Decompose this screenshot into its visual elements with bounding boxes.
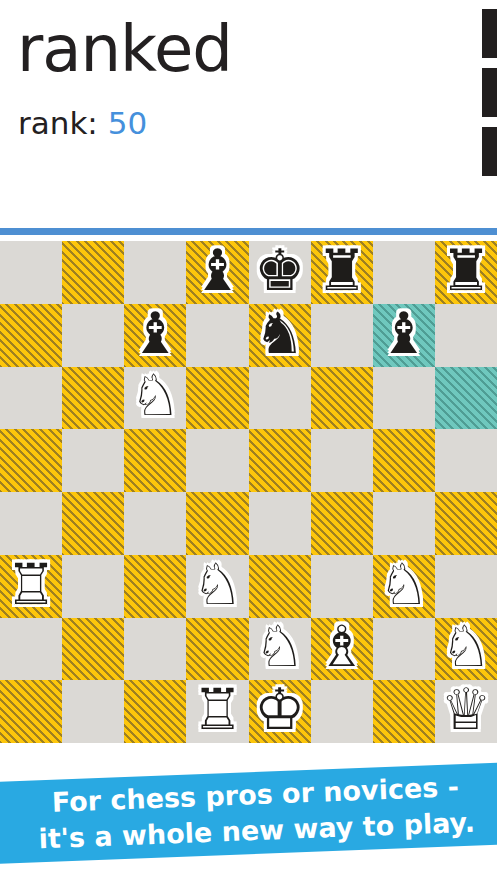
rank-value: 50: [108, 105, 147, 141]
square-e5[interactable]: [249, 429, 311, 492]
square-b7[interactable]: [62, 304, 124, 367]
square-h3[interactable]: [435, 555, 497, 618]
white-knight-piece[interactable]: ♞♘: [378, 556, 429, 613]
square-f3[interactable]: [311, 555, 373, 618]
square-b2[interactable]: [62, 618, 124, 681]
decorative-bars: [482, 9, 497, 176]
square-e6[interactable]: [249, 367, 311, 430]
square-c5[interactable]: [124, 429, 186, 492]
square-b5[interactable]: [62, 429, 124, 492]
square-g1[interactable]: [373, 680, 435, 743]
square-d3[interactable]: ♞♘: [186, 555, 248, 618]
square-c1[interactable]: [124, 680, 186, 743]
rank-line: rank: 50: [18, 106, 147, 140]
square-b6[interactable]: [62, 367, 124, 430]
square-c8[interactable]: [124, 241, 186, 304]
square-b3[interactable]: [62, 555, 124, 618]
black-rook-piece[interactable]: ♜: [440, 242, 491, 299]
black-rook-piece[interactable]: ♜: [316, 242, 367, 299]
square-e8[interactable]: ♚: [249, 241, 311, 304]
square-c3[interactable]: [124, 555, 186, 618]
app-screen: ranked rank: 50 ♝♚♜♜♝♞♝♞♘♜♖♞♘♞♘♞♘♝♗♞♘♜♖♚…: [0, 0, 497, 883]
square-h7[interactable]: [435, 304, 497, 367]
white-knight-piece[interactable]: ♞♘: [440, 618, 491, 675]
page-title: ranked: [17, 16, 232, 83]
chess-board[interactable]: ♝♚♜♜♝♞♝♞♘♜♖♞♘♞♘♞♘♝♗♞♘♜♖♚♔♛♕: [0, 241, 497, 743]
square-e4[interactable]: [249, 492, 311, 555]
black-bar-icon: [482, 68, 497, 117]
white-queen-piece[interactable]: ♛♕: [440, 681, 491, 738]
square-h2[interactable]: ♞♘: [435, 618, 497, 681]
square-g4[interactable]: [373, 492, 435, 555]
white-knight-piece[interactable]: ♞♘: [130, 367, 181, 424]
square-d6[interactable]: [186, 367, 248, 430]
square-h1[interactable]: ♛♕: [435, 680, 497, 743]
black-bar-icon: [482, 9, 497, 58]
square-a8[interactable]: [0, 241, 62, 304]
promo-banner: For chess pros or novices - it's a whole…: [0, 762, 497, 865]
square-c6[interactable]: ♞♘: [124, 367, 186, 430]
square-f2[interactable]: ♝♗: [311, 618, 373, 681]
rank-label: rank:: [18, 105, 98, 141]
square-a5[interactable]: [0, 429, 62, 492]
square-b1[interactable]: [62, 680, 124, 743]
square-f8[interactable]: ♜: [311, 241, 373, 304]
square-e7[interactable]: ♞: [249, 304, 311, 367]
white-bishop-piece[interactable]: ♝♗: [316, 618, 367, 675]
square-d7[interactable]: [186, 304, 248, 367]
square-d1[interactable]: ♜♖: [186, 680, 248, 743]
black-bishop-piece[interactable]: ♝: [192, 242, 243, 299]
square-f5[interactable]: [311, 429, 373, 492]
square-h4[interactable]: [435, 492, 497, 555]
white-king-piece[interactable]: ♚♔: [254, 681, 305, 738]
square-g6[interactable]: [373, 367, 435, 430]
white-knight-piece[interactable]: ♞♘: [254, 618, 305, 675]
black-bar-icon: [482, 127, 497, 176]
square-h5[interactable]: [435, 429, 497, 492]
square-d2[interactable]: [186, 618, 248, 681]
white-knight-piece[interactable]: ♞♘: [192, 556, 243, 613]
square-c2[interactable]: [124, 618, 186, 681]
square-a2[interactable]: [0, 618, 62, 681]
black-king-piece[interactable]: ♚: [254, 242, 305, 299]
square-a7[interactable]: [0, 304, 62, 367]
square-h8[interactable]: ♜: [435, 241, 497, 304]
square-f6[interactable]: [311, 367, 373, 430]
square-a1[interactable]: [0, 680, 62, 743]
square-d8[interactable]: ♝: [186, 241, 248, 304]
square-b4[interactable]: [62, 492, 124, 555]
square-d5[interactable]: [186, 429, 248, 492]
square-h6[interactable]: [435, 367, 497, 430]
square-a6[interactable]: [0, 367, 62, 430]
square-g2[interactable]: [373, 618, 435, 681]
square-f1[interactable]: [311, 680, 373, 743]
square-c7[interactable]: ♝: [124, 304, 186, 367]
square-b8[interactable]: [62, 241, 124, 304]
square-f4[interactable]: [311, 492, 373, 555]
black-bishop-piece[interactable]: ♝: [130, 305, 181, 362]
square-e2[interactable]: ♞♘: [249, 618, 311, 681]
header-divider: [0, 228, 497, 235]
square-e1[interactable]: ♚♔: [249, 680, 311, 743]
white-rook-piece[interactable]: ♜♖: [6, 556, 57, 613]
black-knight-piece[interactable]: ♞: [254, 305, 305, 362]
square-d4[interactable]: [186, 492, 248, 555]
white-rook-piece[interactable]: ♜♖: [192, 681, 243, 738]
square-c4[interactable]: [124, 492, 186, 555]
square-g3[interactable]: ♞♘: [373, 555, 435, 618]
square-g8[interactable]: [373, 241, 435, 304]
square-a3[interactable]: ♜♖: [0, 555, 62, 618]
square-g7[interactable]: ♝: [373, 304, 435, 367]
square-e3[interactable]: [249, 555, 311, 618]
square-g5[interactable]: [373, 429, 435, 492]
black-bishop-piece[interactable]: ♝: [378, 305, 429, 362]
square-a4[interactable]: [0, 492, 62, 555]
square-f7[interactable]: [311, 304, 373, 367]
